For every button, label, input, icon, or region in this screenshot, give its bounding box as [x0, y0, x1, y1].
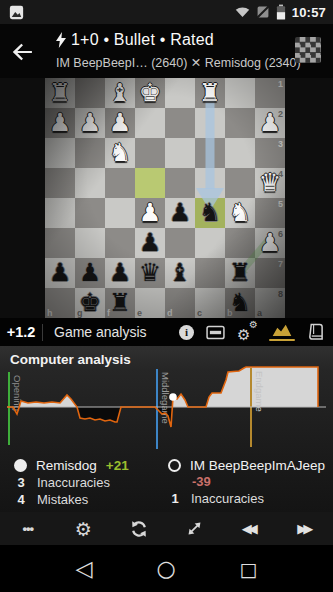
app-header: 1+0 • Bullet • Rated IM BeepBeepI… (2640…	[0, 24, 333, 78]
black-knight-b8[interactable]: ♞	[225, 288, 255, 318]
black-pawn-e6[interactable]: ♟	[135, 228, 165, 258]
players-subtitle: IM BeepBeepI… (2640) ✕ Remisdog (2340)	[56, 55, 301, 70]
black-pawn-d5[interactable]: ♟	[165, 198, 195, 228]
white-player-name: Remisdog	[36, 458, 97, 473]
black-pawn-f7[interactable]: ♟	[105, 258, 135, 288]
white-bishop-f1[interactable]: ♝	[105, 78, 135, 108]
black-rating-change: -39	[192, 474, 328, 490]
status-bar: 10:57	[0, 0, 333, 24]
diagonal-expand-icon	[186, 520, 203, 537]
expand-moves-button[interactable]	[174, 515, 214, 543]
white-knight-b5[interactable]: ♞	[225, 198, 255, 228]
stat-count: 1	[168, 491, 182, 506]
black-bishop-d7[interactable]: ♝	[165, 258, 195, 288]
black-pawn-h7[interactable]: ♟	[45, 258, 75, 288]
opening-book-icon[interactable]	[307, 323, 324, 341]
previous-move-button[interactable]: ◀◀	[230, 515, 270, 543]
analysis-bar-title: Game analysis	[54, 324, 147, 340]
board-thumbnail-icon[interactable]	[295, 37, 321, 63]
white-rook-h1[interactable]: ♜	[45, 78, 75, 108]
chess-board[interactable]: 1234567hgfedcba8 ♜♝♚♜♟♟♟♟♞♛♟♟♞♞♟♟♟♟♟♛♝♜♚…	[45, 78, 285, 318]
back-arrow-button[interactable]	[11, 41, 33, 63]
next-move-button[interactable]: ▶▶	[285, 515, 325, 543]
white-pawn-a6[interactable]: ♟	[255, 228, 285, 258]
game-info-icon[interactable]: i	[179, 325, 194, 340]
engine-settings-icon[interactable]: ⚙⚙	[237, 323, 257, 341]
rewind-icon: ◀◀	[242, 521, 258, 536]
fast-forward-icon: ▶▶	[297, 521, 313, 536]
divider	[42, 324, 43, 341]
white-player-stats: Remisdog +21 3Inaccuracies4Mistakes	[14, 456, 164, 508]
stat-row: 1Inaccuracies	[168, 490, 328, 507]
active-tab-underline	[269, 339, 295, 342]
white-queen-a4[interactable]: ♛	[255, 168, 285, 198]
white-pawn-e5[interactable]: ♟	[135, 198, 165, 228]
black-player-stats: IM BeepBeepImAJeep -39 1Inaccuracies	[168, 456, 328, 507]
white-knight-f3[interactable]: ♞	[105, 138, 135, 168]
more-icon: •••	[22, 521, 33, 536]
page-title: 1+0 • Bullet • Rated	[71, 31, 214, 49]
white-king-e1[interactable]: ♚	[135, 78, 165, 108]
wifi-icon	[235, 6, 250, 18]
settings-button[interactable]: ⚙	[63, 515, 103, 543]
black-knight-c5[interactable]: ♞	[195, 198, 225, 228]
stat-label: Mistakes	[37, 492, 88, 507]
stat-count: 4	[14, 492, 28, 507]
stat-row: 3Inaccuracies	[14, 474, 164, 491]
stat-count: 3	[14, 475, 28, 490]
nav-back-icon[interactable]: ◁	[75, 556, 92, 581]
nav-home-icon[interactable]: ○	[156, 556, 175, 581]
lightning-bolt-icon	[56, 32, 66, 48]
analysis-chart-tab[interactable]	[269, 323, 295, 342]
clock: 10:57	[292, 5, 326, 20]
svg-text:Endgame: Endgame	[254, 371, 265, 412]
stat-row: 4Mistakes	[14, 491, 164, 508]
computer-analysis-section: Computer analysis OpeningMiddlegameEndga…	[0, 346, 333, 512]
black-pawn-g7[interactable]: ♟	[75, 258, 105, 288]
board-left-gutter	[0, 78, 45, 318]
evaluation-chart[interactable]: OpeningMiddlegameEndgame	[0, 363, 333, 456]
android-navbar: ◁ ○ □	[0, 545, 333, 592]
black-player-name: IM BeepBeepImAJeep	[190, 458, 325, 473]
gear-icon: ⚙	[75, 518, 92, 540]
board-area: 1234567hgfedcba8 ♜♝♚♜♟♟♟♟♞♛♟♟♞♞♟♟♟♟♟♛♝♜♚…	[0, 78, 333, 318]
black-king-g8[interactable]: ♚	[75, 288, 105, 318]
no-signal-icon	[256, 5, 270, 19]
board-editor-icon[interactable]	[206, 325, 225, 340]
white-pawn-a2[interactable]: ♟	[255, 108, 285, 138]
battery-icon	[276, 4, 286, 20]
board-right-gutter	[285, 78, 330, 318]
white-rating-change: +21	[106, 458, 129, 473]
app-screen: 10:57 1+0 • Bullet • Rated IM BeepBeepI……	[0, 0, 333, 592]
analysis-chart-icon	[271, 323, 293, 337]
bottom-toolbar: ••• ⚙ ◀◀ ▶▶	[0, 512, 333, 545]
black-player-icon	[168, 459, 181, 472]
more-menu-button[interactable]: •••	[8, 515, 48, 543]
black-rook-b7[interactable]: ♜	[225, 258, 255, 288]
evaluation-value: +1.2	[0, 324, 42, 340]
analysis-toolbar: +1.2 Game analysis i ⚙⚙	[0, 318, 333, 346]
white-pawn-f2[interactable]: ♟	[105, 108, 135, 138]
white-rook-c1[interactable]: ♜	[195, 78, 225, 108]
nav-recent-icon[interactable]: □	[240, 558, 258, 580]
svg-text:Opening: Opening	[12, 375, 23, 411]
stat-label: Inaccuracies	[191, 491, 264, 506]
stat-label: Inaccuracies	[37, 475, 110, 490]
black-queen-e7[interactable]: ♛	[135, 258, 165, 288]
cycle-arrows-icon	[129, 519, 149, 539]
black-rook-f8[interactable]: ♜	[105, 288, 135, 318]
white-pawn-g2[interactable]: ♟	[75, 108, 105, 138]
screenshot-notification-icon	[9, 5, 24, 20]
white-pawn-h2[interactable]: ♟	[45, 108, 75, 138]
flip-board-button[interactable]	[119, 515, 159, 543]
white-player-icon	[14, 459, 27, 472]
